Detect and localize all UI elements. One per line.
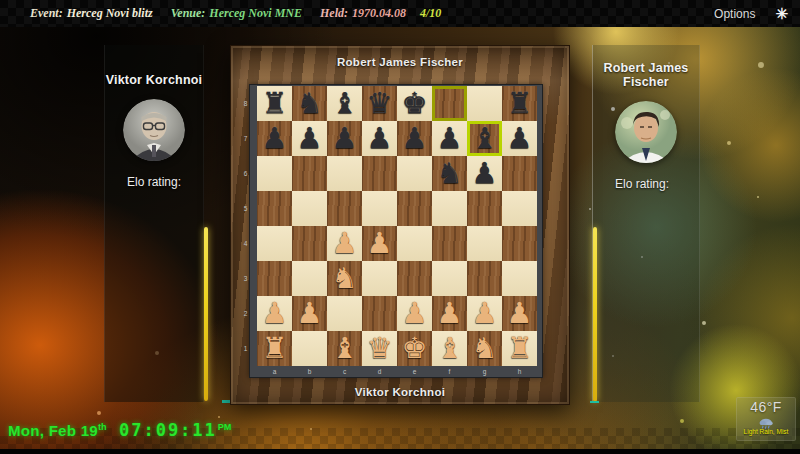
square-e3[interactable] bbox=[397, 261, 432, 296]
square-d5[interactable] bbox=[362, 191, 397, 226]
white-elo-label: Elo rating: bbox=[105, 175, 203, 189]
piece-white-pawn: ♟ bbox=[432, 296, 467, 331]
square-c1[interactable]: ♝ bbox=[327, 331, 362, 366]
chess-board-frame: Robert James Fischer 87654321 ♜♞♝♛♚♜♟♟♟♟… bbox=[230, 45, 570, 405]
square-g1[interactable]: ♞ bbox=[467, 331, 502, 366]
piece-black-pawn: ♟ bbox=[432, 121, 467, 156]
held-label: Held: bbox=[320, 6, 348, 21]
square-h4[interactable] bbox=[502, 226, 537, 261]
square-d1[interactable]: ♛ bbox=[362, 331, 397, 366]
app-root: Event: Herceg Novi blitz Venue: Herceg N… bbox=[0, 0, 800, 454]
black-player-name: Robert James Fischer bbox=[593, 61, 699, 89]
white-time-bar bbox=[204, 227, 208, 401]
square-f3[interactable] bbox=[432, 261, 467, 296]
square-a1[interactable]: ♜ bbox=[257, 331, 292, 366]
square-a8[interactable]: ♜ bbox=[257, 86, 292, 121]
rank-label-8: 8 bbox=[242, 86, 249, 121]
venue-label: Venue: bbox=[171, 6, 206, 21]
piece-white-knight: ♞ bbox=[327, 261, 362, 296]
clock-time: 07:09:11 bbox=[119, 420, 217, 440]
piece-white-bishop: ♝ bbox=[327, 331, 362, 366]
file-label-c: c bbox=[327, 367, 362, 377]
square-a7[interactable]: ♟ bbox=[257, 121, 292, 156]
clock-meridiem: PM bbox=[218, 422, 232, 432]
square-e4[interactable] bbox=[397, 226, 432, 261]
board-grid: ♜♞♝♛♚♜♟♟♟♟♟♟♝♟♞♟♟♟♞♟♟♟♟♟♟♜♝♛♚♝♞♜ bbox=[257, 86, 537, 366]
square-d4[interactable]: ♟ bbox=[362, 226, 397, 261]
file-labels: abcdefgh bbox=[257, 367, 537, 377]
square-g4[interactable] bbox=[467, 226, 502, 261]
piece-white-pawn: ♟ bbox=[362, 226, 397, 261]
square-b8[interactable]: ♞ bbox=[292, 86, 327, 121]
piece-black-knight: ♞ bbox=[432, 156, 467, 191]
square-c4[interactable]: ♟ bbox=[327, 226, 362, 261]
square-f4[interactable] bbox=[432, 226, 467, 261]
square-d2[interactable] bbox=[362, 296, 397, 331]
clock-date-ordinal: th bbox=[98, 422, 107, 432]
rank-label-2: 2 bbox=[242, 296, 249, 331]
square-f5[interactable] bbox=[432, 191, 467, 226]
square-d6[interactable] bbox=[362, 156, 397, 191]
square-h8[interactable]: ♜ bbox=[502, 86, 537, 121]
piece-black-queen: ♛ bbox=[362, 86, 397, 121]
black-elo-label: Elo rating: bbox=[593, 177, 699, 191]
file-label-a: a bbox=[257, 367, 292, 377]
square-c8[interactable]: ♝ bbox=[327, 86, 362, 121]
venue-value: Herceg Novi MNE bbox=[209, 6, 302, 21]
piece-white-bishop: ♝ bbox=[432, 331, 467, 366]
rank-label-1: 1 bbox=[242, 331, 249, 366]
square-e7[interactable]: ♟ bbox=[397, 121, 432, 156]
datetime-clock: Mon, Feb 19th 07:09:11PM bbox=[8, 420, 231, 440]
file-label-b: b bbox=[292, 367, 327, 377]
black-time-bar bbox=[593, 227, 597, 402]
square-h6[interactable] bbox=[502, 156, 537, 191]
piece-black-rook: ♜ bbox=[257, 86, 292, 121]
board-bottom-player-label: Viktor Korchnoi bbox=[230, 386, 570, 398]
piece-white-pawn: ♟ bbox=[257, 296, 292, 331]
file-label-e: e bbox=[397, 367, 432, 377]
piece-white-king: ♚ bbox=[397, 331, 432, 366]
rank-label-4: 4 bbox=[242, 226, 249, 261]
rain-cloud-icon bbox=[736, 415, 796, 427]
event-bar: Event: Herceg Novi blitz Venue: Herceg N… bbox=[0, 0, 800, 27]
rank-labels: 87654321 bbox=[242, 86, 249, 366]
piece-white-pawn: ♟ bbox=[502, 296, 537, 331]
piece-white-pawn: ♟ bbox=[397, 296, 432, 331]
square-f2[interactable]: ♟ bbox=[432, 296, 467, 331]
square-b5[interactable] bbox=[292, 191, 327, 226]
square-b7[interactable]: ♟ bbox=[292, 121, 327, 156]
options-button[interactable]: Options bbox=[708, 6, 761, 22]
file-label-f: f bbox=[432, 367, 467, 377]
game-counter: 4/10 bbox=[420, 6, 441, 21]
white-player-avatar bbox=[123, 99, 185, 161]
piece-white-pawn: ♟ bbox=[327, 226, 362, 261]
weather-widget: 46°F Light Rain, Mist bbox=[736, 397, 796, 441]
file-label-g: g bbox=[467, 367, 502, 377]
square-g5[interactable] bbox=[467, 191, 502, 226]
file-label-h: h bbox=[502, 367, 537, 377]
piece-black-bishop: ♝ bbox=[467, 121, 502, 156]
square-b1[interactable] bbox=[292, 331, 327, 366]
event-label: Event: bbox=[30, 6, 63, 21]
player-panel-black: Robert James Fischer Elo rating: bbox=[592, 45, 700, 402]
piece-black-pawn: ♟ bbox=[327, 121, 362, 156]
square-c2[interactable] bbox=[327, 296, 362, 331]
piece-white-knight: ♞ bbox=[467, 331, 502, 366]
piece-black-pawn: ♟ bbox=[502, 121, 537, 156]
square-c6[interactable] bbox=[327, 156, 362, 191]
piece-black-pawn: ♟ bbox=[397, 121, 432, 156]
square-g3[interactable] bbox=[467, 261, 502, 296]
square-g8[interactable] bbox=[467, 86, 502, 121]
white-player-name: Viktor Korchnoi bbox=[105, 73, 203, 87]
piece-white-rook: ♜ bbox=[257, 331, 292, 366]
rank-label-6: 6 bbox=[242, 156, 249, 191]
teal-accent-cap bbox=[590, 401, 599, 403]
square-b2[interactable]: ♟ bbox=[292, 296, 327, 331]
square-b4[interactable] bbox=[292, 226, 327, 261]
square-e5[interactable] bbox=[397, 191, 432, 226]
board-top-player-label: Robert James Fischer bbox=[230, 56, 570, 68]
square-a5[interactable] bbox=[257, 191, 292, 226]
square-d3[interactable] bbox=[362, 261, 397, 296]
piece-black-knight: ♞ bbox=[292, 86, 327, 121]
square-d8[interactable]: ♛ bbox=[362, 86, 397, 121]
square-a2[interactable]: ♟ bbox=[257, 296, 292, 331]
square-b3[interactable] bbox=[292, 261, 327, 296]
piece-black-king: ♚ bbox=[397, 86, 432, 121]
square-f7[interactable]: ♟ bbox=[432, 121, 467, 156]
black-player-avatar bbox=[615, 101, 677, 163]
square-a6[interactable] bbox=[257, 156, 292, 191]
piece-white-pawn: ♟ bbox=[292, 296, 327, 331]
square-h5[interactable] bbox=[502, 191, 537, 226]
square-h3[interactable] bbox=[502, 261, 537, 296]
square-e2[interactable]: ♟ bbox=[397, 296, 432, 331]
square-g6[interactable]: ♟ bbox=[467, 156, 502, 191]
weather-temperature: 46°F bbox=[736, 399, 796, 415]
square-h2[interactable]: ♟ bbox=[502, 296, 537, 331]
file-label-d: d bbox=[362, 367, 397, 377]
square-a3[interactable] bbox=[257, 261, 292, 296]
clock-date: Mon, Feb 19 bbox=[8, 422, 98, 439]
weather-description: Light Rain, Mist bbox=[736, 428, 796, 435]
asterisk-icon[interactable]: ✳ bbox=[775, 5, 788, 23]
bottom-black-strip bbox=[0, 449, 800, 454]
rank-label-3: 3 bbox=[242, 261, 249, 296]
held-value: 1970.04.08 bbox=[352, 6, 406, 21]
piece-white-rook: ♜ bbox=[502, 331, 537, 366]
square-b6[interactable] bbox=[292, 156, 327, 191]
square-f8[interactable] bbox=[432, 86, 467, 121]
square-h1[interactable]: ♜ bbox=[502, 331, 537, 366]
square-a4[interactable] bbox=[257, 226, 292, 261]
square-e1[interactable]: ♚ bbox=[397, 331, 432, 366]
square-c5[interactable] bbox=[327, 191, 362, 226]
piece-black-pawn: ♟ bbox=[292, 121, 327, 156]
rank-label-7: 7 bbox=[242, 121, 249, 156]
square-f6[interactable]: ♞ bbox=[432, 156, 467, 191]
piece-black-bishop: ♝ bbox=[327, 86, 362, 121]
chess-board: 87654321 ♜♞♝♛♚♜♟♟♟♟♟♟♝♟♞♟♟♟♞♟♟♟♟♟♟♜♝♛♚♝♞… bbox=[249, 84, 543, 378]
square-f1[interactable]: ♝ bbox=[432, 331, 467, 366]
square-g2[interactable]: ♟ bbox=[467, 296, 502, 331]
player-panel-white: Viktor Korchnoi Elo rating: bbox=[104, 45, 204, 402]
square-e6[interactable] bbox=[397, 156, 432, 191]
piece-white-pawn: ♟ bbox=[467, 296, 502, 331]
square-g7[interactable]: ♝ bbox=[467, 121, 502, 156]
square-h7[interactable]: ♟ bbox=[502, 121, 537, 156]
square-d7[interactable]: ♟ bbox=[362, 121, 397, 156]
piece-black-pawn: ♟ bbox=[467, 156, 502, 191]
piece-white-queen: ♛ bbox=[362, 331, 397, 366]
square-e8[interactable]: ♚ bbox=[397, 86, 432, 121]
rank-label-5: 5 bbox=[242, 191, 249, 226]
event-value: Herceg Novi blitz bbox=[67, 6, 153, 21]
piece-black-rook: ♜ bbox=[502, 86, 537, 121]
piece-black-pawn: ♟ bbox=[362, 121, 397, 156]
square-c3[interactable]: ♞ bbox=[327, 261, 362, 296]
piece-black-pawn: ♟ bbox=[257, 121, 292, 156]
square-c7[interactable]: ♟ bbox=[327, 121, 362, 156]
